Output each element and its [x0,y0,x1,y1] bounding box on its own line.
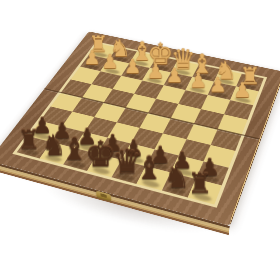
white-pawn[interactable]: ♟ [189,71,207,91]
white-pawn[interactable]: ♟ [147,62,165,82]
black-rook[interactable]: ♜ [187,170,212,197]
white-pawn[interactable]: ♟ [83,48,100,67]
black-knight[interactable]: ♞ [164,162,190,191]
square-b4[interactable] [194,109,224,129]
black-rook[interactable]: ♜ [17,127,40,153]
square-f4[interactable] [104,89,134,108]
black-bishop[interactable]: ♝ [135,153,163,184]
white-pawn[interactable]: ♟ [233,80,251,101]
white-pawn[interactable]: ♟ [209,75,227,95]
square-a3[interactable] [224,100,253,120]
white-pawn[interactable]: ♟ [101,52,119,72]
white-pawn[interactable]: ♟ [166,66,184,86]
scene: ♜♞♝♚♛♝♞♜♟♟♟♟♟♟♟♟♟♟♟♟♟♟♟♟♜♞♝♚♛♝♞♜ [0,0,280,280]
white-pawn[interactable]: ♟ [124,57,142,77]
chess-set-photo: ♜♞♝♚♛♝♞♜♟♟♟♟♟♟♟♟♟♟♟♟♟♟♟♟♜♞♝♚♛♝♞♜ [0,0,280,280]
chess-board: ♜♞♝♚♛♝♞♜♟♟♟♟♟♟♟♟♟♟♟♟♟♟♟♟♜♞♝♚♛♝♞♜ [0,31,280,226]
